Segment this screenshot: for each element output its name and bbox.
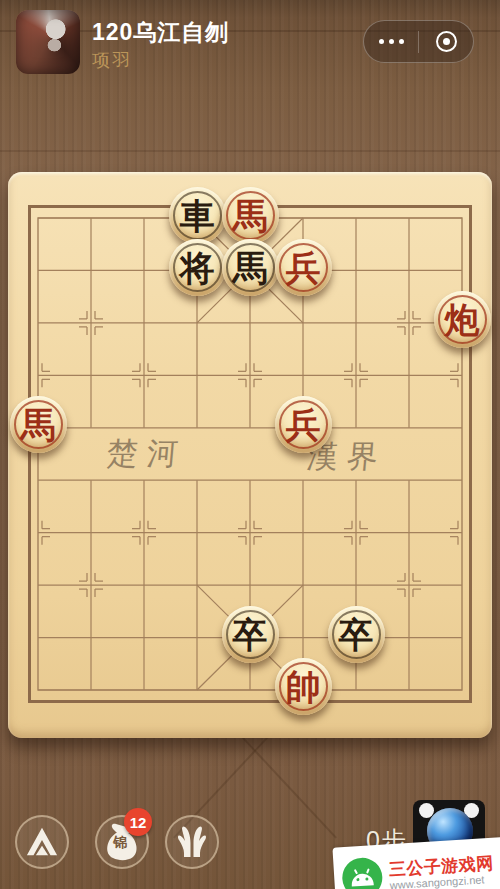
piece-red-horse[interactable]: 馬 [222,187,279,244]
exit-button[interactable] [419,21,473,62]
more-button[interactable] [364,21,418,62]
wood-grain-line [233,727,337,838]
xiangqi-board[interactable]: 楚河 漢界 車馬将馬兵炮馬兵卒卒帥 [8,172,492,738]
app-screen: 120乌江自刎 项羽 楚河 漢界 車馬将馬兵炮馬兵卒卒帥 锦 12 [0,0,500,889]
site-watermark: 三公子游戏网 www.sangongzi.net [332,837,500,889]
pray-button[interactable] [165,815,219,869]
piece-red-general[interactable]: 帥 [275,658,332,715]
avatar[interactable] [16,10,80,74]
piece-red-soldier[interactable]: 兵 [275,239,332,296]
page-title: 120乌江自刎 [92,17,229,48]
river-label-left: 楚河 [90,433,203,473]
wood-seam [0,150,500,152]
piece-red-soldier[interactable]: 兵 [275,396,332,453]
piece-black-soldier[interactable]: 卒 [222,606,279,663]
piece-red-horse[interactable]: 馬 [10,396,67,453]
target-circle-icon [436,31,457,52]
piece-black-soldier[interactable]: 卒 [328,606,385,663]
android-icon [341,857,383,889]
bag-label: 锦 [113,834,127,852]
piece-black-horse[interactable]: 馬 [222,239,279,296]
page-subtitle: 项羽 [92,48,132,72]
miniprogram-capsule [363,20,474,63]
mountain-icon [23,825,61,859]
notification-badge: 12 [124,808,152,836]
praying-hands-icon [174,823,210,861]
piece-red-cannon[interactable]: 炮 [434,291,491,348]
home-button[interactable] [15,815,69,869]
piece-black-chariot[interactable]: 車 [169,187,226,244]
piece-black-general[interactable]: 将 [169,239,226,296]
ellipsis-icon [379,39,404,44]
